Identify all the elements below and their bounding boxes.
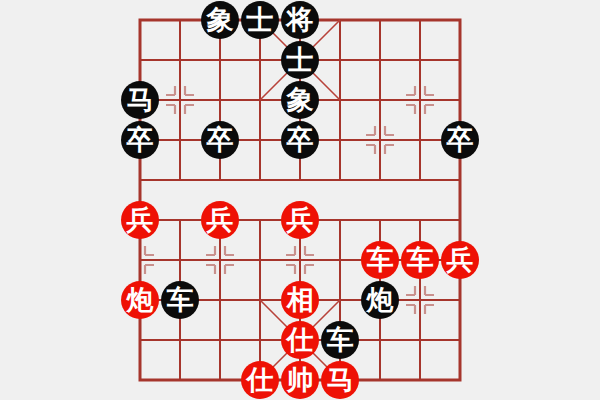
xiangqi-board: 象士将士马象卒卒卒卒车炮车兵兵兵车车兵炮相仕仕帅马 <box>0 0 600 400</box>
piece-black-chariot[interactable]: 车 <box>161 281 199 319</box>
piece-black-elephant[interactable]: 象 <box>201 1 239 39</box>
piece-red-cannon[interactable]: 炮 <box>121 281 159 319</box>
piece-black-soldier[interactable]: 卒 <box>201 121 239 159</box>
piece-red-soldier[interactable]: 兵 <box>441 241 479 279</box>
piece-red-advisor[interactable]: 仕 <box>241 361 279 399</box>
piece-black-soldier[interactable]: 卒 <box>121 121 159 159</box>
piece-red-horse[interactable]: 马 <box>321 361 359 399</box>
piece-red-elephant[interactable]: 相 <box>281 281 319 319</box>
piece-red-chariot[interactable]: 车 <box>401 241 439 279</box>
piece-black-horse[interactable]: 马 <box>121 81 159 119</box>
piece-red-general[interactable]: 帅 <box>281 361 319 399</box>
piece-black-cannon[interactable]: 炮 <box>361 281 399 319</box>
piece-black-advisor[interactable]: 士 <box>281 41 319 79</box>
piece-black-chariot[interactable]: 车 <box>321 321 359 359</box>
piece-red-soldier[interactable]: 兵 <box>281 201 319 239</box>
pieces-layer: 象士将士马象卒卒卒卒车炮车兵兵兵车车兵炮相仕仕帅马 <box>120 0 480 400</box>
piece-black-general[interactable]: 将 <box>281 1 319 39</box>
piece-red-soldier[interactable]: 兵 <box>201 201 239 239</box>
piece-red-chariot[interactable]: 车 <box>361 241 399 279</box>
piece-black-advisor[interactable]: 士 <box>241 1 279 39</box>
piece-black-soldier[interactable]: 卒 <box>281 121 319 159</box>
piece-red-soldier[interactable]: 兵 <box>121 201 159 239</box>
piece-red-advisor[interactable]: 仕 <box>281 321 319 359</box>
piece-black-soldier[interactable]: 卒 <box>441 121 479 159</box>
piece-black-elephant[interactable]: 象 <box>281 81 319 119</box>
